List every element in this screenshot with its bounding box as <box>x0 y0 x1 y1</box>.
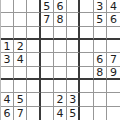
sudoku-cell-empty[interactable] <box>41 80 54 93</box>
sudoku-cell-given[interactable]: 6 <box>94 53 107 66</box>
sudoku-cell-empty[interactable] <box>67 27 80 40</box>
sudoku-cell-empty[interactable] <box>107 93 120 106</box>
sudoku-cell-empty[interactable] <box>80 67 93 80</box>
sudoku-cell-given[interactable]: 3 <box>1 53 14 66</box>
sudoku-cell-given[interactable]: 5 <box>94 13 107 26</box>
sudoku-cell-empty[interactable] <box>41 107 54 120</box>
sudoku-cell-given[interactable]: 5 <box>14 93 27 106</box>
sudoku-cell-empty[interactable] <box>1 13 14 26</box>
sudoku-cell-empty[interactable] <box>27 13 40 26</box>
sudoku-cell-empty[interactable] <box>107 40 120 53</box>
sudoku-cell-given[interactable]: 9 <box>107 67 120 80</box>
sudoku-cell-empty[interactable] <box>80 0 93 13</box>
sudoku-cell-given[interactable]: 4 <box>14 53 27 66</box>
sudoku-cell-empty[interactable] <box>27 27 40 40</box>
sudoku-cell-empty[interactable] <box>67 40 80 53</box>
sudoku-cell-given[interactable]: 7 <box>14 107 27 120</box>
sudoku-cell-empty[interactable] <box>94 93 107 106</box>
sudoku-cell-empty[interactable] <box>80 40 93 53</box>
sudoku-cell-empty[interactable] <box>67 80 80 93</box>
sudoku-cell-empty[interactable] <box>80 80 93 93</box>
sudoku-cell-given[interactable]: 6 <box>54 0 67 13</box>
sudoku-cell-empty[interactable] <box>54 53 67 66</box>
sudoku-cell-empty[interactable] <box>41 93 54 106</box>
sudoku-cell-given[interactable]: 4 <box>54 107 67 120</box>
sudoku-cell-empty[interactable] <box>27 107 40 120</box>
sudoku-cell-empty[interactable] <box>1 0 14 13</box>
sudoku-cell-empty[interactable] <box>67 0 80 13</box>
sudoku-cell-empty[interactable] <box>54 40 67 53</box>
sudoku-cell-empty[interactable] <box>14 27 27 40</box>
sudoku-cell-empty[interactable] <box>41 67 54 80</box>
sudoku-cell-empty[interactable] <box>80 93 93 106</box>
sudoku-cell-empty[interactable] <box>54 27 67 40</box>
sudoku-cell-empty[interactable] <box>27 0 40 13</box>
sudoku-cell-empty[interactable] <box>67 13 80 26</box>
sudoku-cell-empty[interactable] <box>14 80 27 93</box>
sudoku-cell-given[interactable]: 2 <box>54 93 67 106</box>
sudoku-cell-empty[interactable] <box>1 67 14 80</box>
sudoku-cell-empty[interactable] <box>41 53 54 66</box>
sudoku-cell-empty[interactable] <box>80 53 93 66</box>
sudoku-cell-empty[interactable] <box>1 80 14 93</box>
sudoku-cell-empty[interactable] <box>107 27 120 40</box>
sudoku-cell-empty[interactable] <box>27 93 40 106</box>
sudoku-cell-empty[interactable] <box>80 13 93 26</box>
sudoku-cell-given[interactable]: 1 <box>1 40 14 53</box>
sudoku-cell-empty[interactable] <box>27 67 40 80</box>
sudoku-cell-given[interactable]: 8 <box>94 67 107 80</box>
sudoku-board: 563478561234678945236745 <box>0 0 120 120</box>
sudoku-cell-empty[interactable] <box>67 67 80 80</box>
sudoku-cell-empty[interactable] <box>27 53 40 66</box>
sudoku-cell-empty[interactable] <box>54 67 67 80</box>
sudoku-cell-empty[interactable] <box>14 0 27 13</box>
sudoku-cell-given[interactable]: 3 <box>94 0 107 13</box>
sudoku-cell-empty[interactable] <box>27 40 40 53</box>
sudoku-cell-given[interactable]: 4 <box>1 93 14 106</box>
sudoku-cell-empty[interactable] <box>67 53 80 66</box>
sudoku-cell-given[interactable]: 5 <box>41 0 54 13</box>
sudoku-cell-empty[interactable] <box>107 80 120 93</box>
sudoku-cell-empty[interactable] <box>94 40 107 53</box>
sudoku-cell-empty[interactable] <box>94 27 107 40</box>
sudoku-cell-given[interactable]: 7 <box>41 13 54 26</box>
sudoku-cell-given[interactable]: 7 <box>107 53 120 66</box>
sudoku-cell-empty[interactable] <box>14 67 27 80</box>
sudoku-cell-empty[interactable] <box>94 80 107 93</box>
sudoku-cell-empty[interactable] <box>27 80 40 93</box>
sudoku-cell-given[interactable]: 2 <box>14 40 27 53</box>
sudoku-cell-given[interactable]: 5 <box>67 107 80 120</box>
sudoku-cell-given[interactable]: 6 <box>107 13 120 26</box>
sudoku-cell-given[interactable]: 6 <box>1 107 14 120</box>
sudoku-cell-empty[interactable] <box>80 107 93 120</box>
sudoku-cell-given[interactable]: 8 <box>54 13 67 26</box>
sudoku-cell-given[interactable]: 3 <box>67 93 80 106</box>
sudoku-cell-empty[interactable] <box>1 27 14 40</box>
sudoku-cell-empty[interactable] <box>80 27 93 40</box>
sudoku-cell-empty[interactable] <box>41 27 54 40</box>
sudoku-cell-given[interactable]: 4 <box>107 0 120 13</box>
sudoku-cell-empty[interactable] <box>41 40 54 53</box>
sudoku-cell-empty[interactable] <box>107 107 120 120</box>
sudoku-cell-empty[interactable] <box>54 80 67 93</box>
sudoku-cell-empty[interactable] <box>14 13 27 26</box>
sudoku-cell-empty[interactable] <box>94 107 107 120</box>
